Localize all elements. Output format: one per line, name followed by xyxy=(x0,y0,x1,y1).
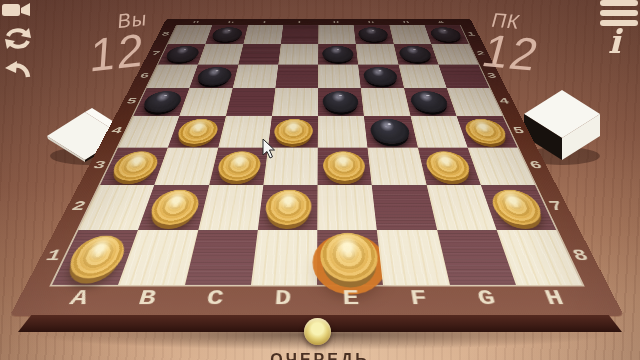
square-D1[interactable] xyxy=(251,230,318,285)
score-you: Вы 12 xyxy=(54,8,148,82)
square-F5[interactable] xyxy=(361,88,410,115)
black-piece[interactable] xyxy=(429,27,464,41)
coordinate-label: D xyxy=(318,20,353,25)
turn-indicator-disc xyxy=(304,318,331,345)
square-F4[interactable] xyxy=(364,116,418,148)
gold-piece[interactable] xyxy=(462,119,511,144)
gold-piece[interactable] xyxy=(264,190,312,225)
square-C5[interactable] xyxy=(226,88,276,115)
coordinate-label: A xyxy=(39,286,118,313)
square-E6[interactable] xyxy=(318,65,361,89)
black-piece[interactable] xyxy=(369,119,412,144)
coordinate-label: C xyxy=(178,286,251,313)
square-F3[interactable] xyxy=(368,148,427,186)
square-E7[interactable] xyxy=(318,44,358,65)
black-piece[interactable] xyxy=(163,46,201,62)
square-F6[interactable] xyxy=(358,65,404,89)
square-E8[interactable] xyxy=(318,25,356,43)
rotate-view-icon[interactable] xyxy=(4,26,32,51)
coordinate-label: E xyxy=(317,286,387,313)
gold-piece[interactable] xyxy=(323,151,366,180)
coordinate-label: G xyxy=(213,20,250,25)
coordinate-label: H xyxy=(177,20,214,25)
black-piece[interactable] xyxy=(210,27,244,41)
square-D8[interactable] xyxy=(281,25,319,43)
gold-piece[interactable] xyxy=(215,151,262,180)
gold-piece[interactable] xyxy=(423,151,473,180)
square-E3[interactable] xyxy=(318,148,372,186)
gold-piece[interactable] xyxy=(273,119,313,144)
square-B4[interactable] xyxy=(168,116,226,148)
black-piece[interactable] xyxy=(409,91,451,112)
coordinate-label: C xyxy=(353,20,389,25)
game-screen: ABCDEFGHHGFEDCBA8765432112345678 Вы 12 П… xyxy=(0,0,640,360)
coordinate-label: E xyxy=(283,20,318,25)
square-D5[interactable] xyxy=(272,88,318,115)
gold-piece[interactable] xyxy=(320,233,380,282)
black-piece[interactable] xyxy=(140,91,185,112)
coordinate-label: D xyxy=(247,286,317,313)
square-D2[interactable] xyxy=(258,185,318,230)
black-piece[interactable] xyxy=(363,67,399,86)
coordinate-label: A xyxy=(423,20,460,25)
coordinate-label: B xyxy=(108,286,184,313)
turn-label: ОЧЕРЕДЬ xyxy=(0,351,640,360)
gold-piece[interactable] xyxy=(146,190,202,225)
square-B7[interactable] xyxy=(198,44,243,65)
square-E1[interactable] xyxy=(317,230,383,285)
square-C2[interactable] xyxy=(198,185,263,230)
black-piece[interactable] xyxy=(322,46,354,62)
square-E4[interactable] xyxy=(318,116,368,148)
score-pc: ПК 12 xyxy=(478,10,604,82)
black-piece[interactable] xyxy=(195,67,234,86)
camera-icon[interactable] xyxy=(2,1,32,18)
coordinate-label: G xyxy=(450,286,526,313)
square-C6[interactable] xyxy=(232,65,278,89)
score-you-count: 12 xyxy=(54,26,147,82)
square-E5[interactable] xyxy=(318,88,364,115)
square-D6[interactable] xyxy=(275,65,318,89)
black-piece[interactable] xyxy=(322,91,359,112)
coordinate-label: F xyxy=(383,286,456,313)
square-F8[interactable] xyxy=(354,25,394,43)
square-C3[interactable] xyxy=(209,148,268,186)
gold-piece[interactable] xyxy=(108,151,162,180)
square-B5[interactable] xyxy=(180,88,233,115)
square-C7[interactable] xyxy=(238,44,281,65)
square-C8[interactable] xyxy=(243,25,283,43)
black-piece[interactable] xyxy=(398,46,434,62)
coordinate-label: B xyxy=(388,20,424,25)
mouse-cursor xyxy=(262,139,276,159)
square-E2[interactable] xyxy=(317,185,377,230)
black-piece[interactable] xyxy=(358,27,390,41)
square-D7[interactable] xyxy=(278,44,318,65)
square-F7[interactable] xyxy=(356,44,398,65)
square-B8[interactable] xyxy=(206,25,248,43)
square-C1[interactable] xyxy=(185,230,258,285)
score-pc-count: 12 xyxy=(478,27,600,82)
coordinate-label: H xyxy=(516,286,595,313)
info-icon[interactable]: i xyxy=(608,22,621,61)
coordinate-label: F xyxy=(248,20,284,25)
undo-icon[interactable] xyxy=(5,59,31,81)
square-B6[interactable] xyxy=(189,65,238,89)
gold-piece[interactable] xyxy=(174,119,220,144)
